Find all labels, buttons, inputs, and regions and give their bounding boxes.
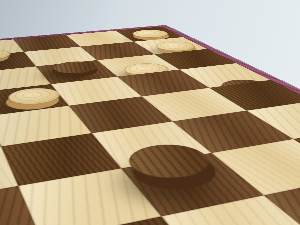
board-border xyxy=(0,25,300,225)
board-grid xyxy=(0,27,300,225)
photo-background xyxy=(0,0,300,225)
screenshot-root xyxy=(0,0,300,225)
checker-piece-light[interactable] xyxy=(128,29,174,39)
